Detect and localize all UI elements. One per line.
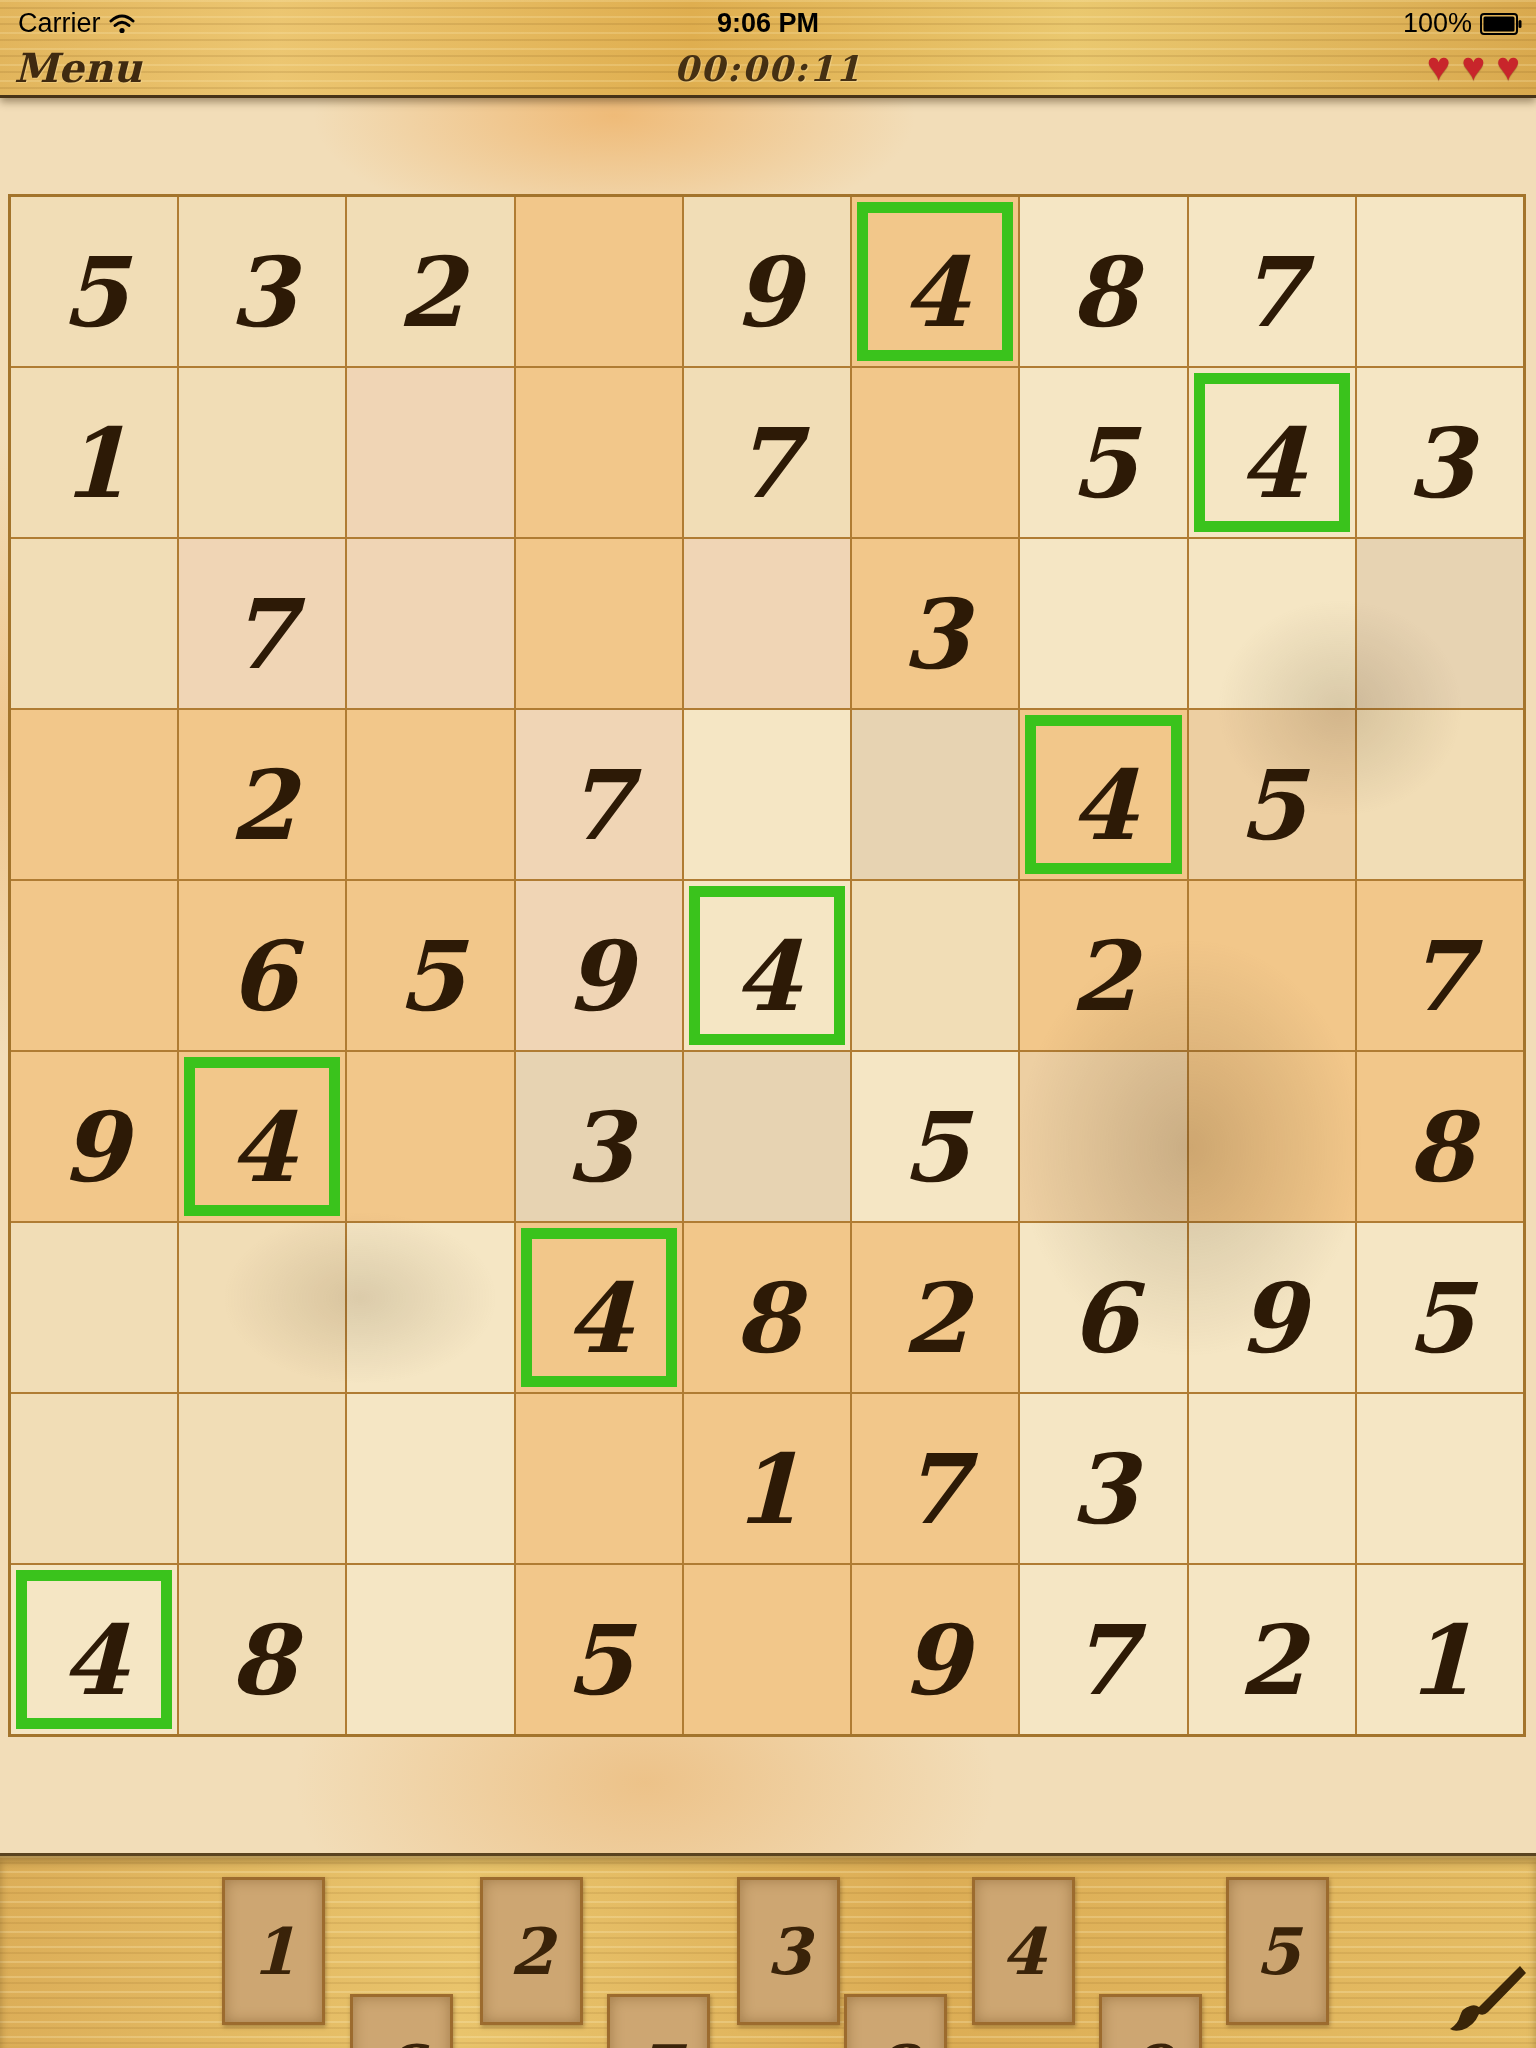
paintbrush-icon[interactable] xyxy=(1448,1964,1528,2040)
cell-r8c7[interactable]: 3 xyxy=(1020,1394,1186,1563)
cell-r5c5[interactable]: 4 xyxy=(684,881,850,1050)
cell-r1c9[interactable] xyxy=(1357,197,1523,366)
cell-r3c1[interactable] xyxy=(11,539,177,708)
cell-r5c9[interactable]: 7 xyxy=(1357,881,1523,1050)
cell-r7c7[interactable]: 6 xyxy=(1020,1223,1186,1392)
cell-r3c9[interactable] xyxy=(1357,539,1523,708)
cell-r4c7[interactable]: 4 xyxy=(1020,710,1186,879)
cell-r8c3[interactable] xyxy=(347,1394,513,1563)
number-tray: 123456789 xyxy=(0,1856,1536,2048)
cell-r6c2[interactable]: 4 xyxy=(179,1052,345,1221)
cell-r4c6[interactable] xyxy=(852,710,1018,879)
heart-icon: ♥ xyxy=(1427,42,1451,90)
cell-r4c4[interactable]: 7 xyxy=(516,710,682,879)
number-tile-4[interactable]: 4 xyxy=(972,1877,1075,2025)
cell-r6c5[interactable] xyxy=(684,1052,850,1221)
board-background: 5329487175437327456594279435848269517348… xyxy=(0,98,1536,1856)
cell-r2c9[interactable]: 3 xyxy=(1357,368,1523,537)
cell-r5c2[interactable]: 6 xyxy=(179,881,345,1050)
cell-r4c9[interactable] xyxy=(1357,710,1523,879)
cell-r6c9[interactable]: 8 xyxy=(1357,1052,1523,1221)
cell-r2c8[interactable]: 4 xyxy=(1189,368,1355,537)
cell-r3c6[interactable]: 3 xyxy=(852,539,1018,708)
cell-r2c7[interactable]: 5 xyxy=(1020,368,1186,537)
cell-r7c5[interactable]: 8 xyxy=(684,1223,850,1392)
cell-r7c2[interactable] xyxy=(179,1223,345,1392)
cell-r5c6[interactable] xyxy=(852,881,1018,1050)
cell-r6c7[interactable] xyxy=(1020,1052,1186,1221)
number-tile-2[interactable]: 2 xyxy=(480,1877,583,2025)
number-tile-5[interactable]: 5 xyxy=(1226,1877,1329,2025)
cell-r9c6[interactable]: 9 xyxy=(852,1565,1018,1734)
cell-r8c4[interactable] xyxy=(516,1394,682,1563)
cell-r2c5[interactable]: 7 xyxy=(684,368,850,537)
cell-r5c4[interactable]: 9 xyxy=(516,881,682,1050)
cell-r7c8[interactable]: 9 xyxy=(1189,1223,1355,1392)
cell-r1c1[interactable]: 5 xyxy=(11,197,177,366)
cell-r3c2[interactable]: 7 xyxy=(179,539,345,708)
cell-r6c1[interactable]: 9 xyxy=(11,1052,177,1221)
number-tile-8[interactable]: 8 xyxy=(844,1994,947,2048)
cell-r9c3[interactable] xyxy=(347,1565,513,1734)
cell-r9c4[interactable]: 5 xyxy=(516,1565,682,1734)
cell-r2c6[interactable] xyxy=(852,368,1018,537)
cell-r1c7[interactable]: 8 xyxy=(1020,197,1186,366)
number-tile-7[interactable]: 7 xyxy=(607,1994,710,2048)
cell-r3c3[interactable] xyxy=(347,539,513,708)
cell-r4c3[interactable] xyxy=(347,710,513,879)
cell-r3c7[interactable] xyxy=(1020,539,1186,708)
cell-r8c9[interactable] xyxy=(1357,1394,1523,1563)
cell-r6c8[interactable] xyxy=(1189,1052,1355,1221)
cell-r3c8[interactable] xyxy=(1189,539,1355,708)
cell-r1c3[interactable]: 2 xyxy=(347,197,513,366)
header-bar: Carrier 9:06 PM 100% Menu 00:00:11 ♥♥♥ xyxy=(0,0,1536,98)
cell-r1c6[interactable]: 4 xyxy=(852,197,1018,366)
cell-r9c5[interactable] xyxy=(684,1565,850,1734)
cell-r7c4[interactable]: 4 xyxy=(516,1223,682,1392)
number-tile-6[interactable]: 6 xyxy=(350,1994,453,2048)
game-timer: 00:00:11 xyxy=(0,48,1536,89)
cell-r8c5[interactable]: 1 xyxy=(684,1394,850,1563)
cell-r6c4[interactable]: 3 xyxy=(516,1052,682,1221)
heart-icon: ♥ xyxy=(1496,42,1520,90)
cell-r8c2[interactable] xyxy=(179,1394,345,1563)
status-bar: Carrier 9:06 PM 100% xyxy=(0,0,1536,44)
cell-r4c8[interactable]: 5 xyxy=(1189,710,1355,879)
number-tile-9[interactable]: 9 xyxy=(1099,1994,1202,2048)
cell-r5c8[interactable] xyxy=(1189,881,1355,1050)
cell-r1c2[interactable]: 3 xyxy=(179,197,345,366)
cell-r2c2[interactable] xyxy=(179,368,345,537)
cell-r4c1[interactable] xyxy=(11,710,177,879)
cell-r9c1[interactable]: 4 xyxy=(11,1565,177,1734)
cell-r7c9[interactable]: 5 xyxy=(1357,1223,1523,1392)
cell-r6c3[interactable] xyxy=(347,1052,513,1221)
cell-r8c6[interactable]: 7 xyxy=(852,1394,1018,1563)
cell-r6c6[interactable]: 5 xyxy=(852,1052,1018,1221)
battery-icon xyxy=(1480,13,1522,35)
sudoku-grid: 5329487175437327456594279435848269517348… xyxy=(8,194,1526,1737)
cell-r7c3[interactable] xyxy=(347,1223,513,1392)
cell-r5c1[interactable] xyxy=(11,881,177,1050)
cell-r2c1[interactable]: 1 xyxy=(11,368,177,537)
cell-r2c3[interactable] xyxy=(347,368,513,537)
lives-indicator: ♥♥♥ xyxy=(1427,42,1520,90)
cell-r9c2[interactable]: 8 xyxy=(179,1565,345,1734)
cell-r9c7[interactable]: 7 xyxy=(1020,1565,1186,1734)
cell-r1c4[interactable] xyxy=(516,197,682,366)
cell-r2c4[interactable] xyxy=(516,368,682,537)
cell-r4c2[interactable]: 2 xyxy=(179,710,345,879)
cell-r7c6[interactable]: 2 xyxy=(852,1223,1018,1392)
heart-icon: ♥ xyxy=(1462,42,1486,90)
cell-r3c5[interactable] xyxy=(684,539,850,708)
cell-r8c8[interactable] xyxy=(1189,1394,1355,1563)
cell-r3c4[interactable] xyxy=(516,539,682,708)
menu-bar: Menu 00:00:11 ♥♥♥ xyxy=(0,44,1536,95)
cell-r7c1[interactable] xyxy=(11,1223,177,1392)
cell-r4c5[interactable] xyxy=(684,710,850,879)
cell-r1c5[interactable]: 9 xyxy=(684,197,850,366)
number-tile-3[interactable]: 3 xyxy=(737,1877,840,2025)
cell-r9c9[interactable]: 1 xyxy=(1357,1565,1523,1734)
cell-r5c3[interactable]: 5 xyxy=(347,881,513,1050)
clock-time: 9:06 PM xyxy=(0,8,1536,39)
cell-r8c1[interactable] xyxy=(11,1394,177,1563)
cell-r9c8[interactable]: 2 xyxy=(1189,1565,1355,1734)
cell-r5c7[interactable]: 2 xyxy=(1020,881,1186,1050)
number-tile-1[interactable]: 1 xyxy=(222,1877,325,2025)
cell-r1c8[interactable]: 7 xyxy=(1189,197,1355,366)
battery-percent: 100% xyxy=(1403,8,1472,39)
